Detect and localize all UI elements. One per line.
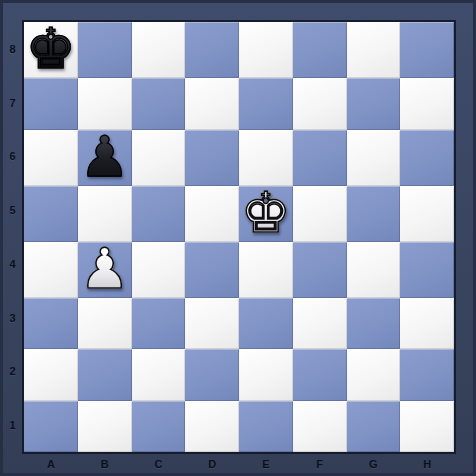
square-h2[interactable] — [400, 349, 454, 401]
square-a5[interactable] — [24, 186, 78, 242]
square-g3[interactable] — [347, 298, 401, 350]
square-b3[interactable] — [78, 298, 132, 350]
square-f7[interactable] — [293, 78, 347, 130]
square-b2[interactable] — [78, 349, 132, 401]
square-g6[interactable] — [347, 130, 401, 186]
square-b8[interactable] — [78, 22, 132, 78]
file-label-g: G — [347, 454, 401, 473]
square-e8[interactable] — [239, 22, 293, 78]
square-f5[interactable] — [293, 186, 347, 242]
square-a2[interactable] — [24, 349, 78, 401]
square-h8[interactable] — [400, 22, 454, 78]
square-a4[interactable] — [24, 242, 78, 298]
square-d1[interactable] — [185, 401, 239, 453]
rank-label-1: 1 — [3, 398, 22, 452]
square-e7[interactable] — [239, 78, 293, 130]
square-e6[interactable] — [239, 130, 293, 186]
piece-black-pawn-b6[interactable]: ♟ — [80, 129, 130, 185]
file-label-f: F — [293, 454, 347, 473]
file-label-a: A — [24, 454, 78, 473]
square-d5[interactable] — [185, 186, 239, 242]
square-b7[interactable] — [78, 78, 132, 130]
square-g7[interactable] — [347, 78, 401, 130]
file-label-d: D — [185, 454, 239, 473]
piece-black-king-a8[interactable]: ♚ — [26, 21, 76, 77]
square-c3[interactable] — [132, 298, 186, 350]
square-f1[interactable] — [293, 401, 347, 453]
rank-labels: 87654321 — [3, 22, 22, 452]
square-f2[interactable] — [293, 349, 347, 401]
square-c6[interactable] — [132, 130, 186, 186]
square-e1[interactable] — [239, 401, 293, 453]
square-d4[interactable] — [185, 242, 239, 298]
square-b4[interactable]: ♟ — [78, 242, 132, 298]
square-b6[interactable]: ♟ — [78, 130, 132, 186]
square-d2[interactable] — [185, 349, 239, 401]
square-h1[interactable] — [400, 401, 454, 453]
square-e5[interactable]: ♚ — [239, 186, 293, 242]
square-c8[interactable] — [132, 22, 186, 78]
square-c1[interactable] — [132, 401, 186, 453]
square-g4[interactable] — [347, 242, 401, 298]
square-c2[interactable] — [132, 349, 186, 401]
file-label-c: C — [132, 454, 186, 473]
square-d7[interactable] — [185, 78, 239, 130]
file-label-e: E — [239, 454, 293, 473]
square-g8[interactable] — [347, 22, 401, 78]
piece-white-pawn-b4[interactable]: ♟ — [80, 241, 130, 297]
square-b5[interactable] — [78, 186, 132, 242]
square-d6[interactable] — [185, 130, 239, 186]
square-d8[interactable] — [185, 22, 239, 78]
rank-label-7: 7 — [3, 76, 22, 130]
square-g5[interactable] — [347, 186, 401, 242]
square-h6[interactable] — [400, 130, 454, 186]
square-g1[interactable] — [347, 401, 401, 453]
square-h5[interactable] — [400, 186, 454, 242]
square-c5[interactable] — [132, 186, 186, 242]
file-label-b: B — [78, 454, 132, 473]
square-a7[interactable] — [24, 78, 78, 130]
rank-label-8: 8 — [3, 22, 22, 76]
rank-label-5: 5 — [3, 183, 22, 237]
piece-white-king-e5[interactable]: ♚ — [241, 185, 291, 241]
square-a1[interactable] — [24, 401, 78, 453]
rank-label-3: 3 — [3, 291, 22, 345]
square-a8[interactable]: ♚ — [24, 22, 78, 78]
rank-label-4: 4 — [3, 237, 22, 291]
square-c4[interactable] — [132, 242, 186, 298]
square-f6[interactable] — [293, 130, 347, 186]
square-c7[interactable] — [132, 78, 186, 130]
square-h3[interactable] — [400, 298, 454, 350]
square-b1[interactable] — [78, 401, 132, 453]
rank-label-2: 2 — [3, 345, 22, 399]
square-e2[interactable] — [239, 349, 293, 401]
square-g2[interactable] — [347, 349, 401, 401]
square-a3[interactable] — [24, 298, 78, 350]
square-e3[interactable] — [239, 298, 293, 350]
rank-label-6: 6 — [3, 130, 22, 184]
square-h4[interactable] — [400, 242, 454, 298]
square-e4[interactable] — [239, 242, 293, 298]
square-a6[interactable] — [24, 130, 78, 186]
chessboard-frame: 87654321 ♚♟♚♟ ABCDEFGH — [0, 0, 476, 476]
square-f4[interactable] — [293, 242, 347, 298]
square-h7[interactable] — [400, 78, 454, 130]
board: ♚♟♚♟ — [22, 20, 456, 454]
square-f8[interactable] — [293, 22, 347, 78]
square-d3[interactable] — [185, 298, 239, 350]
file-label-h: H — [400, 454, 454, 473]
file-labels: ABCDEFGH — [24, 454, 454, 473]
square-f3[interactable] — [293, 298, 347, 350]
